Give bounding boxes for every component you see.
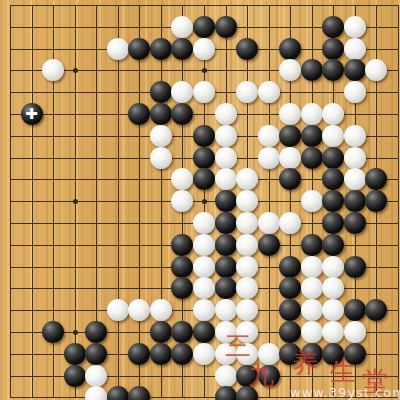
- white-stone[interactable]: [215, 168, 237, 190]
- white-stone[interactable]: [301, 103, 323, 125]
- black-stone[interactable]: [279, 125, 301, 147]
- black-stone[interactable]: [215, 190, 237, 212]
- white-stone[interactable]: [171, 168, 193, 190]
- white-stone[interactable]: [215, 299, 237, 321]
- white-stone[interactable]: [215, 125, 237, 147]
- white-stone[interactable]: [279, 103, 301, 125]
- star-point: [73, 199, 78, 204]
- white-stone[interactable]: [193, 256, 215, 278]
- star-point: [73, 68, 78, 73]
- black-stone[interactable]: [128, 103, 150, 125]
- white-stone[interactable]: [301, 256, 323, 278]
- white-stone[interactable]: [193, 277, 215, 299]
- black-stone[interactable]: [171, 38, 193, 60]
- black-stone[interactable]: [64, 343, 86, 365]
- black-stone[interactable]: [301, 234, 323, 256]
- black-stone[interactable]: [322, 168, 344, 190]
- white-stone[interactable]: [344, 16, 366, 38]
- white-stone[interactable]: [258, 147, 280, 169]
- white-stone[interactable]: [344, 168, 366, 190]
- black-stone[interactable]: [150, 103, 172, 125]
- star-point: [73, 330, 78, 335]
- white-stone[interactable]: [193, 38, 215, 60]
- white-stone[interactable]: [344, 38, 366, 60]
- black-stone[interactable]: [150, 38, 172, 60]
- black-stone[interactable]: [344, 190, 366, 212]
- black-stone[interactable]: [322, 38, 344, 60]
- black-stone[interactable]: [193, 147, 215, 169]
- go-board[interactable]: ✚ 三九养生堂www.39yst.com: [0, 0, 400, 400]
- black-stone[interactable]: [193, 168, 215, 190]
- white-stone[interactable]: [42, 59, 64, 81]
- white-stone[interactable]: [171, 190, 193, 212]
- black-stone[interactable]: [193, 125, 215, 147]
- black-stone[interactable]: [215, 212, 237, 234]
- black-stone[interactable]: [322, 16, 344, 38]
- black-stone[interactable]: [344, 59, 366, 81]
- black-stone[interactable]: [150, 81, 172, 103]
- white-stone[interactable]: [236, 234, 258, 256]
- white-stone[interactable]: [322, 256, 344, 278]
- white-stone[interactable]: [150, 147, 172, 169]
- white-stone[interactable]: [193, 212, 215, 234]
- black-stone[interactable]: [150, 321, 172, 343]
- black-stone[interactable]: [279, 256, 301, 278]
- white-stone[interactable]: [322, 321, 344, 343]
- black-stone[interactable]: [322, 212, 344, 234]
- white-stone[interactable]: [236, 277, 258, 299]
- black-stone[interactable]: [171, 256, 193, 278]
- black-stone[interactable]: [322, 190, 344, 212]
- black-stone[interactable]: [128, 38, 150, 60]
- white-stone[interactable]: [301, 190, 323, 212]
- black-stone[interactable]: [279, 321, 301, 343]
- white-stone[interactable]: [193, 299, 215, 321]
- black-stone[interactable]: [215, 256, 237, 278]
- grid-line-vertical: [398, 5, 399, 397]
- white-stone[interactable]: [322, 299, 344, 321]
- cross-mark: ✚: [21, 103, 43, 125]
- black-stone[interactable]: [171, 277, 193, 299]
- white-stone[interactable]: [150, 125, 172, 147]
- white-stone[interactable]: [128, 299, 150, 321]
- black-stone[interactable]: [215, 277, 237, 299]
- black-stone[interactable]: [344, 299, 366, 321]
- white-stone[interactable]: [279, 212, 301, 234]
- black-stone[interactable]: [64, 365, 86, 387]
- black-stone[interactable]: [236, 38, 258, 60]
- black-stone[interactable]: [193, 321, 215, 343]
- white-stone[interactable]: [301, 277, 323, 299]
- white-stone[interactable]: [236, 212, 258, 234]
- white-stone[interactable]: [258, 125, 280, 147]
- black-stone[interactable]: [344, 256, 366, 278]
- white-stone[interactable]: [193, 343, 215, 365]
- black-stone[interactable]: [344, 212, 366, 234]
- white-stone[interactable]: [258, 212, 280, 234]
- black-stone[interactable]: [322, 234, 344, 256]
- white-stone[interactable]: [301, 299, 323, 321]
- black-stone[interactable]: [365, 190, 387, 212]
- black-stone[interactable]: [279, 38, 301, 60]
- black-stone[interactable]: [301, 125, 323, 147]
- black-stone[interactable]: [128, 386, 150, 400]
- black-stone[interactable]: [258, 234, 280, 256]
- black-stone[interactable]: [107, 386, 129, 400]
- white-stone[interactable]: [236, 299, 258, 321]
- white-stone[interactable]: [344, 147, 366, 169]
- black-stone[interactable]: [301, 147, 323, 169]
- black-stone[interactable]: [171, 343, 193, 365]
- watermark-character: 生: [330, 358, 356, 384]
- grid-line-vertical: [269, 5, 270, 397]
- black-stone[interactable]: [215, 234, 237, 256]
- black-stone[interactable]: [128, 343, 150, 365]
- white-stone[interactable]: [193, 81, 215, 103]
- white-stone[interactable]: [344, 125, 366, 147]
- white-stone[interactable]: [322, 277, 344, 299]
- white-stone[interactable]: [171, 16, 193, 38]
- white-stone[interactable]: [193, 234, 215, 256]
- black-stone[interactable]: [171, 234, 193, 256]
- black-stone[interactable]: [301, 59, 323, 81]
- watermark-character: 三: [225, 333, 251, 359]
- white-stone[interactable]: [236, 168, 258, 190]
- white-stone[interactable]: [85, 365, 107, 387]
- black-stone[interactable]: [279, 299, 301, 321]
- white-stone[interactable]: [344, 321, 366, 343]
- black-stone[interactable]: [42, 321, 64, 343]
- star-point: [202, 68, 207, 73]
- black-stone[interactable]: [150, 343, 172, 365]
- white-stone[interactable]: [215, 147, 237, 169]
- black-stone[interactable]: [193, 16, 215, 38]
- white-stone[interactable]: [279, 147, 301, 169]
- white-stone[interactable]: [215, 103, 237, 125]
- black-stone[interactable]: [215, 16, 237, 38]
- black-stone[interactable]: ✚: [21, 103, 43, 125]
- white-stone[interactable]: [236, 81, 258, 103]
- black-stone[interactable]: [365, 168, 387, 190]
- white-stone[interactable]: [279, 59, 301, 81]
- white-stone[interactable]: [171, 81, 193, 103]
- white-stone[interactable]: [301, 321, 323, 343]
- black-stone[interactable]: [279, 168, 301, 190]
- white-stone[interactable]: [107, 38, 129, 60]
- watermark-url: www.39yst.com: [290, 386, 400, 399]
- white-stone[interactable]: [150, 299, 172, 321]
- black-stone[interactable]: [322, 147, 344, 169]
- black-stone[interactable]: [85, 343, 107, 365]
- watermark-character: 养: [292, 350, 318, 376]
- white-stone[interactable]: [236, 256, 258, 278]
- white-stone[interactable]: [365, 59, 387, 81]
- black-stone[interactable]: [279, 277, 301, 299]
- black-stone[interactable]: [365, 299, 387, 321]
- black-stone[interactable]: [171, 321, 193, 343]
- white-stone[interactable]: [322, 103, 344, 125]
- white-stone[interactable]: [322, 125, 344, 147]
- black-stone[interactable]: [322, 59, 344, 81]
- white-stone[interactable]: [85, 386, 107, 400]
- black-stone[interactable]: [171, 103, 193, 125]
- white-stone[interactable]: [258, 81, 280, 103]
- star-point: [202, 199, 207, 204]
- white-stone[interactable]: [344, 81, 366, 103]
- white-stone[interactable]: [107, 299, 129, 321]
- white-stone[interactable]: [215, 365, 237, 387]
- watermark-character: 九: [248, 362, 274, 388]
- black-stone[interactable]: [215, 386, 237, 400]
- white-stone[interactable]: [236, 190, 258, 212]
- black-stone[interactable]: [85, 321, 107, 343]
